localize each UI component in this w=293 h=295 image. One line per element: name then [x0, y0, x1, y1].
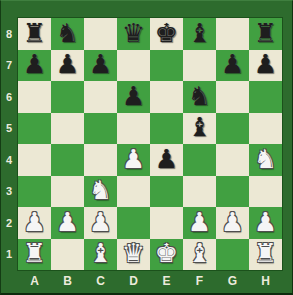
piece-white-pawn[interactable]: ♟: [188, 209, 211, 235]
piece-black-pawn[interactable]: ♟: [155, 146, 178, 172]
square-b4[interactable]: [51, 144, 84, 176]
square-g6[interactable]: [216, 81, 249, 113]
piece-white-rook[interactable]: ♜: [23, 240, 46, 266]
square-f6[interactable]: ♞: [183, 81, 216, 113]
square-a6[interactable]: [18, 81, 51, 113]
square-h6[interactable]: [249, 81, 282, 113]
square-c5[interactable]: [84, 113, 117, 145]
square-a1[interactable]: ♜: [18, 239, 51, 271]
file-label-e: E: [150, 271, 183, 295]
square-d2[interactable]: [117, 207, 150, 239]
square-g2[interactable]: ♟: [216, 207, 249, 239]
file-labels: ABCDEFGH: [18, 271, 282, 295]
piece-black-pawn[interactable]: ♟: [23, 51, 46, 77]
square-g4[interactable]: [216, 144, 249, 176]
rank-label-2: 2: [1, 207, 17, 239]
piece-white-pawn[interactable]: ♟: [122, 146, 145, 172]
square-b6[interactable]: [51, 81, 84, 113]
square-e6[interactable]: [150, 81, 183, 113]
piece-white-rook[interactable]: ♜: [254, 240, 277, 266]
square-a2[interactable]: ♟: [18, 207, 51, 239]
file-label-d: D: [117, 271, 150, 295]
piece-black-knight[interactable]: ♞: [56, 20, 79, 46]
square-b2[interactable]: ♟: [51, 207, 84, 239]
piece-black-rook[interactable]: ♜: [23, 20, 46, 46]
file-label-b: B: [51, 271, 84, 295]
piece-black-knight[interactable]: ♞: [188, 83, 211, 109]
rank-label-5: 5: [1, 113, 17, 145]
square-d4[interactable]: ♟: [117, 144, 150, 176]
file-label-c: C: [84, 271, 117, 295]
square-c7[interactable]: ♟: [84, 50, 117, 82]
file-label-f: F: [183, 271, 216, 295]
rank-label-6: 6: [1, 81, 17, 113]
square-e7[interactable]: [150, 50, 183, 82]
rank-labels: 87654321: [1, 18, 17, 270]
chess-board: ♜♞♛♚♝♜♟♟♟♟♟♟♞♝♟♟♞♞♟♟♟♟♟♟♜♝♛♚♝♜: [17, 17, 283, 271]
square-h5[interactable]: [249, 113, 282, 145]
square-f8[interactable]: ♝: [183, 18, 216, 50]
square-e4[interactable]: ♟: [150, 144, 183, 176]
square-b1[interactable]: [51, 239, 84, 271]
square-a4[interactable]: [18, 144, 51, 176]
rank-label-8: 8: [1, 18, 17, 50]
square-d1[interactable]: ♛: [117, 239, 150, 271]
square-h8[interactable]: ♜: [249, 18, 282, 50]
square-c1[interactable]: ♝: [84, 239, 117, 271]
square-h4[interactable]: ♞: [249, 144, 282, 176]
file-label-g: G: [216, 271, 249, 295]
piece-white-pawn[interactable]: ♟: [254, 209, 277, 235]
square-h3[interactable]: [249, 176, 282, 208]
square-a3[interactable]: [18, 176, 51, 208]
piece-black-bishop[interactable]: ♝: [188, 20, 211, 46]
square-d6[interactable]: ♟: [117, 81, 150, 113]
piece-black-pawn[interactable]: ♟: [221, 51, 244, 77]
piece-white-bishop[interactable]: ♝: [188, 240, 211, 266]
square-a7[interactable]: ♟: [18, 50, 51, 82]
square-h7[interactable]: ♟: [249, 50, 282, 82]
piece-black-pawn[interactable]: ♟: [254, 51, 277, 77]
piece-white-knight[interactable]: ♞: [89, 177, 112, 203]
square-f7[interactable]: [183, 50, 216, 82]
square-d8[interactable]: ♛: [117, 18, 150, 50]
square-f1[interactable]: ♝: [183, 239, 216, 271]
square-d5[interactable]: [117, 113, 150, 145]
square-b3[interactable]: [51, 176, 84, 208]
piece-white-pawn[interactable]: ♟: [89, 209, 112, 235]
square-c4[interactable]: [84, 144, 117, 176]
rank-label-1: 1: [1, 239, 17, 271]
piece-white-knight[interactable]: ♞: [254, 146, 277, 172]
piece-white-king[interactable]: ♚: [155, 240, 178, 266]
square-b5[interactable]: [51, 113, 84, 145]
square-f3[interactable]: [183, 176, 216, 208]
piece-black-pawn[interactable]: ♟: [56, 51, 79, 77]
square-f2[interactable]: ♟: [183, 207, 216, 239]
square-c6[interactable]: [84, 81, 117, 113]
square-b7[interactable]: ♟: [51, 50, 84, 82]
square-g3[interactable]: [216, 176, 249, 208]
piece-white-pawn[interactable]: ♟: [23, 209, 46, 235]
square-c3[interactable]: ♞: [84, 176, 117, 208]
piece-white-pawn[interactable]: ♟: [221, 209, 244, 235]
square-h2[interactable]: ♟: [249, 207, 282, 239]
piece-black-bishop[interactable]: ♝: [188, 114, 211, 140]
file-label-h: H: [249, 271, 282, 295]
square-d3[interactable]: [117, 176, 150, 208]
file-label-a: A: [18, 271, 51, 295]
piece-white-bishop[interactable]: ♝: [89, 240, 112, 266]
square-d7[interactable]: [117, 50, 150, 82]
square-a8[interactable]: ♜: [18, 18, 51, 50]
square-g5[interactable]: [216, 113, 249, 145]
square-c8[interactable]: [84, 18, 117, 50]
piece-black-king[interactable]: ♚: [155, 20, 178, 46]
square-e3[interactable]: [150, 176, 183, 208]
square-g1[interactable]: [216, 239, 249, 271]
square-e2[interactable]: [150, 207, 183, 239]
rank-label-7: 7: [1, 50, 17, 82]
piece-white-queen[interactable]: ♛: [122, 240, 145, 266]
rank-label-4: 4: [1, 144, 17, 176]
piece-black-rook[interactable]: ♜: [254, 20, 277, 46]
rank-label-3: 3: [1, 176, 17, 208]
square-a5[interactable]: [18, 113, 51, 145]
square-e1[interactable]: ♚: [150, 239, 183, 271]
square-f4[interactable]: [183, 144, 216, 176]
square-e5[interactable]: [150, 113, 183, 145]
square-b8[interactable]: ♞: [51, 18, 84, 50]
square-h1[interactable]: ♜: [249, 239, 282, 271]
square-e8[interactable]: ♚: [150, 18, 183, 50]
piece-white-pawn[interactable]: ♟: [56, 209, 79, 235]
chess-board-frame: 87654321 ♜♞♛♚♝♜♟♟♟♟♟♟♞♝♟♟♞♞♟♟♟♟♟♟♜♝♛♚♝♜ …: [0, 0, 293, 295]
piece-black-pawn[interactable]: ♟: [89, 51, 112, 77]
square-g7[interactable]: ♟: [216, 50, 249, 82]
square-f5[interactable]: ♝: [183, 113, 216, 145]
square-c2[interactable]: ♟: [84, 207, 117, 239]
square-g8[interactable]: [216, 18, 249, 50]
piece-black-queen[interactable]: ♛: [122, 20, 145, 46]
piece-black-pawn[interactable]: ♟: [122, 83, 145, 109]
